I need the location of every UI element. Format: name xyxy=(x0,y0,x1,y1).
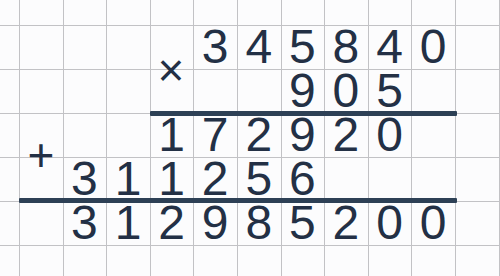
partial-product-1-digit-1: 1 xyxy=(150,113,194,157)
partial-product-1-digit-2: 7 xyxy=(193,113,237,157)
partial-product-2-digit-4: 2 xyxy=(193,157,237,201)
partial-product-1-digit-4: 9 xyxy=(281,113,325,157)
worksheet-digit-grid: 345840905172920311256312985200 xyxy=(19,26,499,245)
multiplicand-digit-6: 0 xyxy=(411,26,455,70)
product-digit-5: 8 xyxy=(237,201,281,245)
graph-paper-sheet: 345840905172920311256312985200 ×+ xyxy=(0,0,500,276)
multiplicand-digit-2: 4 xyxy=(237,26,281,70)
multiplier-digit-3: 5 xyxy=(368,69,412,113)
product-digit-4: 9 xyxy=(193,201,237,245)
partial-product-2-digit-1: 3 xyxy=(63,157,107,201)
multiplicand-digit-4: 8 xyxy=(324,26,368,70)
plus-sign: + xyxy=(19,133,63,177)
product-digit-7: 2 xyxy=(324,201,368,245)
product-digit-3: 2 xyxy=(150,201,194,245)
product-digit-8: 0 xyxy=(368,201,412,245)
product-digit-2: 1 xyxy=(106,201,150,245)
multiplier-digit-1: 9 xyxy=(281,69,325,113)
partial-product-2-digit-3: 1 xyxy=(150,157,194,201)
product-digit-6: 5 xyxy=(281,201,325,245)
partial-product-1-digit-3: 2 xyxy=(237,113,281,157)
product-digit-1: 3 xyxy=(63,201,107,245)
multiply-sign: × xyxy=(149,48,193,92)
multiplicand-digit-1: 3 xyxy=(193,26,237,70)
partial-product-2-digit-6: 6 xyxy=(281,157,325,201)
partial-product-2-digit-5: 5 xyxy=(237,157,281,201)
multiplication-rule xyxy=(150,111,457,116)
multiplier-digit-2: 0 xyxy=(324,69,368,113)
sum-rule xyxy=(19,198,457,203)
product-digit-9: 0 xyxy=(411,201,455,245)
partial-product-2-digit-2: 1 xyxy=(106,157,150,201)
partial-product-1-digit-5: 2 xyxy=(324,113,368,157)
partial-product-1-digit-6: 0 xyxy=(368,113,412,157)
multiplicand-digit-3: 5 xyxy=(281,26,325,70)
multiplicand-digit-5: 4 xyxy=(368,26,412,70)
